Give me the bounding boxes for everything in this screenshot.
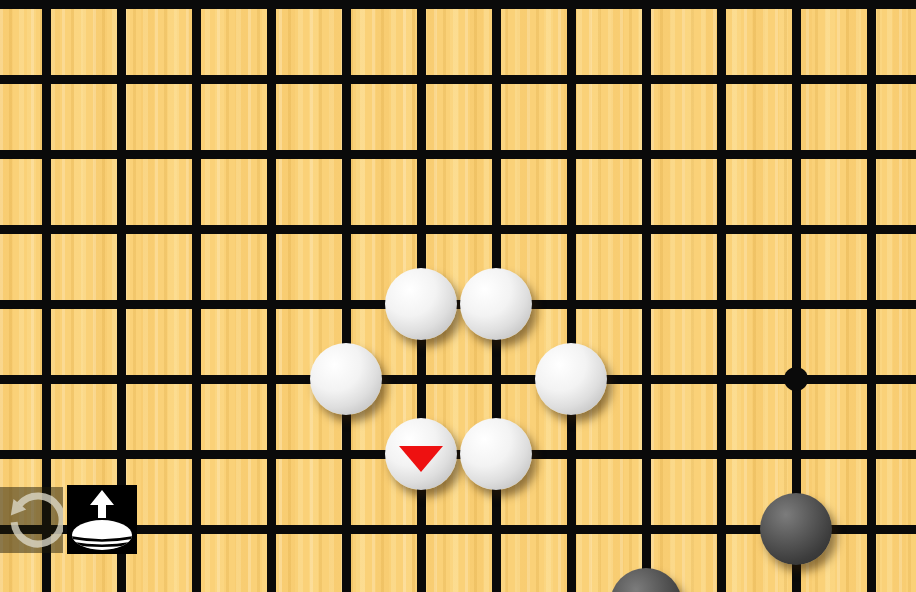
board-cell[interactable] — [534, 192, 609, 267]
board-cell[interactable] — [534, 267, 609, 342]
go-app-screen — [0, 0, 916, 592]
go-board[interactable] — [0, 0, 916, 592]
board-cell[interactable] — [759, 0, 834, 42]
board-cell[interactable] — [834, 342, 909, 417]
board-cell[interactable] — [84, 567, 159, 592]
board-cell[interactable] — [384, 42, 459, 117]
board-cell[interactable] — [384, 117, 459, 192]
white-stone — [535, 343, 607, 415]
board-cell[interactable] — [234, 267, 309, 342]
board-cell[interactable] — [234, 0, 309, 42]
board-cell[interactable] — [459, 192, 534, 267]
board-cell[interactable] — [9, 342, 84, 417]
board-cell[interactable] — [159, 492, 234, 567]
board-cell[interactable] — [84, 0, 159, 42]
board-cell[interactable] — [309, 0, 384, 42]
board-cell[interactable] — [759, 492, 834, 567]
board-cell[interactable] — [384, 267, 459, 342]
board-cell[interactable] — [759, 192, 834, 267]
board-cell[interactable] — [609, 567, 684, 592]
board-cell[interactable] — [459, 342, 534, 417]
board-cell[interactable] — [684, 192, 759, 267]
board-cell[interactable] — [684, 0, 759, 42]
undo-button[interactable] — [0, 487, 63, 553]
board-cell[interactable] — [459, 492, 534, 567]
board-cell[interactable] — [609, 192, 684, 267]
last-move-triangle-marker — [399, 446, 443, 472]
board-cell[interactable] — [9, 267, 84, 342]
board-cell[interactable] — [234, 417, 309, 492]
board-cell[interactable] — [834, 0, 909, 42]
board-cell[interactable] — [9, 42, 84, 117]
board-cell[interactable] — [309, 267, 384, 342]
board-cell[interactable] — [159, 192, 234, 267]
board-cell[interactable] — [384, 0, 459, 42]
board-cell[interactable] — [834, 192, 909, 267]
white-stone — [385, 418, 457, 490]
board-cell[interactable] — [84, 42, 159, 117]
board-cell[interactable] — [534, 117, 609, 192]
board-cell[interactable] — [159, 117, 234, 192]
board-cell[interactable] — [834, 417, 909, 492]
board-cell[interactable] — [384, 417, 459, 492]
white-stone-up-arrow-icon — [67, 485, 137, 554]
board-cell[interactable] — [684, 567, 759, 592]
board-cell[interactable] — [9, 567, 84, 592]
board-cell[interactable] — [9, 192, 84, 267]
board-cell[interactable] — [159, 417, 234, 492]
board-cell[interactable] — [759, 567, 834, 592]
board-cell[interactable] — [534, 0, 609, 42]
board-cell[interactable] — [534, 342, 609, 417]
board-cell[interactable] — [684, 342, 759, 417]
board-cell[interactable] — [684, 117, 759, 192]
board-cell[interactable] — [309, 42, 384, 117]
board-cell[interactable] — [309, 342, 384, 417]
board-cell[interactable] — [534, 42, 609, 117]
white-stone — [460, 418, 532, 490]
board-cell[interactable] — [834, 267, 909, 342]
board-cell[interactable] — [834, 492, 909, 567]
board-cell[interactable] — [234, 342, 309, 417]
board-cell[interactable] — [759, 267, 834, 342]
board-cell[interactable] — [609, 417, 684, 492]
board-cell[interactable] — [534, 417, 609, 492]
board-cell[interactable] — [684, 42, 759, 117]
board-cell[interactable] — [84, 267, 159, 342]
board-cell[interactable] — [384, 192, 459, 267]
black-stone — [760, 493, 832, 565]
board-cell[interactable] — [159, 567, 234, 592]
board-cell[interactable] — [159, 42, 234, 117]
board-cell[interactable] — [9, 417, 84, 492]
board-cell[interactable] — [834, 567, 909, 592]
board-cell[interactable] — [159, 0, 234, 42]
board-cell[interactable] — [609, 117, 684, 192]
board-cell[interactable] — [684, 417, 759, 492]
board-cell[interactable] — [459, 117, 534, 192]
white-stone — [460, 268, 532, 340]
board-cell[interactable] — [9, 117, 84, 192]
board-cell[interactable] — [384, 567, 459, 592]
black-stone — [610, 568, 682, 592]
board-cell[interactable] — [759, 342, 834, 417]
board-cell[interactable] — [309, 417, 384, 492]
board-cell[interactable] — [234, 567, 309, 592]
board-cell[interactable] — [309, 567, 384, 592]
board-cell[interactable] — [384, 342, 459, 417]
board-cell[interactable] — [309, 492, 384, 567]
board-cell[interactable] — [684, 267, 759, 342]
board-cell[interactable] — [309, 192, 384, 267]
board-cell[interactable] — [159, 267, 234, 342]
board-cell[interactable] — [759, 117, 834, 192]
board-cell[interactable] — [459, 417, 534, 492]
board-cell[interactable] — [459, 567, 534, 592]
board-cell[interactable] — [534, 492, 609, 567]
board-cell[interactable] — [759, 417, 834, 492]
board-cell[interactable] — [609, 267, 684, 342]
board-cell[interactable] — [834, 42, 909, 117]
board-cell[interactable] — [459, 42, 534, 117]
board-cell[interactable] — [459, 267, 534, 342]
board-cell[interactable] — [84, 417, 159, 492]
board-cell[interactable] — [834, 117, 909, 192]
board-cell[interactable] — [234, 42, 309, 117]
board-cell[interactable] — [9, 0, 84, 42]
board-cell[interactable] — [459, 0, 534, 42]
board-cell[interactable] — [234, 492, 309, 567]
board-cell[interactable] — [234, 117, 309, 192]
board-cell[interactable] — [84, 117, 159, 192]
place-white-stone-button[interactable] — [67, 485, 137, 554]
undo-circular-arrow-icon — [0, 487, 63, 553]
board-cell[interactable] — [84, 192, 159, 267]
board-cell[interactable] — [534, 567, 609, 592]
board-cell[interactable] — [609, 342, 684, 417]
board-cell[interactable] — [609, 42, 684, 117]
board-cell[interactable] — [759, 42, 834, 117]
board-cell[interactable] — [234, 192, 309, 267]
board-cell[interactable] — [159, 342, 234, 417]
board-cell[interactable] — [84, 342, 159, 417]
board-cell[interactable] — [384, 492, 459, 567]
board-cell[interactable] — [684, 492, 759, 567]
board-cell[interactable] — [609, 0, 684, 42]
white-stone — [310, 343, 382, 415]
board-cell-grid — [9, 0, 909, 592]
white-stone — [385, 268, 457, 340]
board-cell[interactable] — [309, 117, 384, 192]
board-cell[interactable] — [609, 492, 684, 567]
